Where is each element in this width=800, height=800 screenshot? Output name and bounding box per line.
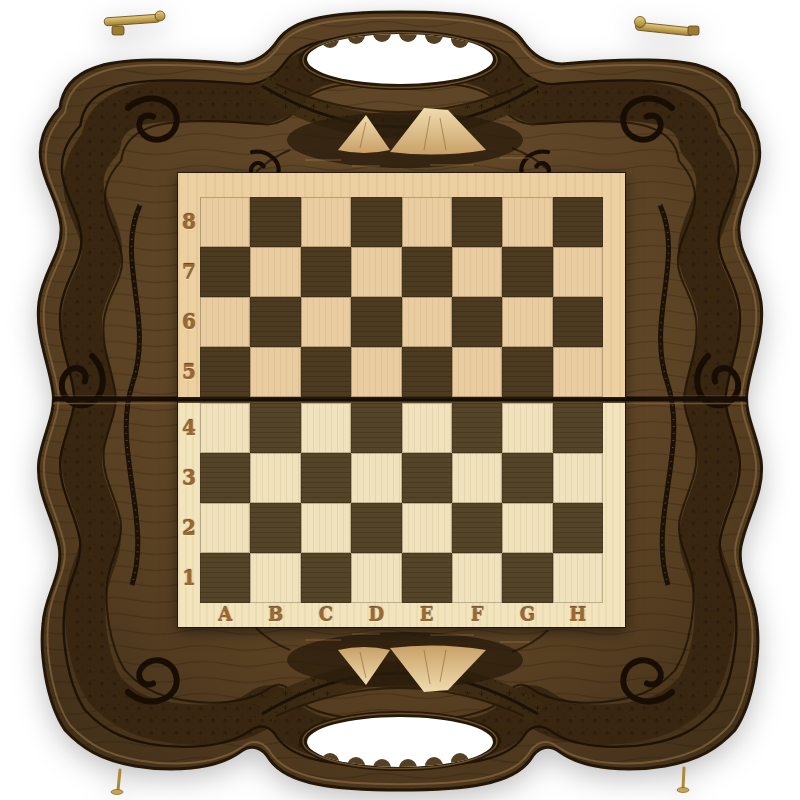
square-g5[interactable] <box>502 347 552 397</box>
square-e2[interactable] <box>402 503 452 553</box>
square-f1[interactable] <box>452 553 502 603</box>
square-e8[interactable] <box>402 197 452 247</box>
square-c7[interactable] <box>301 247 351 297</box>
chess-case-photo: 87654321 ABCDEFGH <box>0 0 800 800</box>
square-h6[interactable] <box>553 297 603 347</box>
square-f2[interactable] <box>452 503 502 553</box>
square-b5[interactable] <box>250 347 300 397</box>
square-b2[interactable] <box>250 503 300 553</box>
square-a7[interactable] <box>200 247 250 297</box>
square-b7[interactable] <box>250 247 300 297</box>
rank-labels: 87654321 <box>178 197 200 603</box>
rank-label-6: 6 <box>178 297 200 347</box>
square-f4[interactable] <box>452 403 502 453</box>
square-h8[interactable] <box>553 197 603 247</box>
square-g6[interactable] <box>502 297 552 347</box>
square-h4[interactable] <box>553 403 603 453</box>
square-h2[interactable] <box>553 503 603 553</box>
square-e6[interactable] <box>402 297 452 347</box>
square-d2[interactable] <box>351 503 401 553</box>
file-label-d: D <box>351 603 401 627</box>
rank-label-1: 1 <box>178 553 200 603</box>
square-a8[interactable] <box>200 197 250 247</box>
square-c4[interactable] <box>301 403 351 453</box>
square-h5[interactable] <box>553 347 603 397</box>
square-e7[interactable] <box>402 247 452 297</box>
square-b4[interactable] <box>250 403 300 453</box>
square-b1[interactable] <box>250 553 300 603</box>
file-labels: ABCDEFGH <box>200 603 603 627</box>
square-a3[interactable] <box>200 453 250 503</box>
file-label-c: C <box>301 603 351 627</box>
square-f5[interactable] <box>452 347 502 397</box>
square-f8[interactable] <box>452 197 502 247</box>
square-e4[interactable] <box>402 403 452 453</box>
square-d1[interactable] <box>351 553 401 603</box>
square-c8[interactable] <box>301 197 351 247</box>
brass-pin-foot-right <box>677 768 689 793</box>
square-e1[interactable] <box>402 553 452 603</box>
square-d8[interactable] <box>351 197 401 247</box>
square-d6[interactable] <box>351 297 401 347</box>
rank-label-4: 4 <box>178 403 200 453</box>
rank-label-2: 2 <box>178 503 200 553</box>
square-a2[interactable] <box>200 503 250 553</box>
square-h7[interactable] <box>553 247 603 297</box>
brass-latch-hinge-right <box>635 17 700 37</box>
board-lower-half <box>200 403 603 603</box>
square-h1[interactable] <box>553 553 603 603</box>
file-label-b: B <box>250 603 300 627</box>
square-b6[interactable] <box>250 297 300 347</box>
square-d4[interactable] <box>351 403 401 453</box>
square-f6[interactable] <box>452 297 502 347</box>
square-c3[interactable] <box>301 453 351 503</box>
brass-latch-hinge-left <box>104 11 165 35</box>
rank-label-3: 3 <box>178 453 200 503</box>
square-c6[interactable] <box>301 297 351 347</box>
squares-area <box>200 197 603 603</box>
square-b8[interactable] <box>250 197 300 247</box>
square-e3[interactable] <box>402 453 452 503</box>
square-f7[interactable] <box>452 247 502 297</box>
square-g2[interactable] <box>502 503 552 553</box>
square-d3[interactable] <box>351 453 401 503</box>
square-a1[interactable] <box>200 553 250 603</box>
rank-label-7: 7 <box>178 247 200 297</box>
square-c2[interactable] <box>301 503 351 553</box>
rank-label-8: 8 <box>178 197 200 247</box>
file-label-a: A <box>200 603 250 627</box>
square-h3[interactable] <box>553 453 603 503</box>
file-label-g: G <box>502 603 552 627</box>
square-g4[interactable] <box>502 403 552 453</box>
square-d7[interactable] <box>351 247 401 297</box>
square-c5[interactable] <box>301 347 351 397</box>
file-label-e: E <box>402 603 452 627</box>
file-label-h: H <box>553 603 603 627</box>
square-a4[interactable] <box>200 403 250 453</box>
board-upper-half <box>200 197 603 397</box>
square-e5[interactable] <box>402 347 452 397</box>
square-g1[interactable] <box>502 553 552 603</box>
square-g7[interactable] <box>502 247 552 297</box>
file-label-f: F <box>452 603 502 627</box>
square-c1[interactable] <box>301 553 351 603</box>
brass-pin-foot-left <box>111 770 123 795</box>
square-d5[interactable] <box>351 347 401 397</box>
square-g8[interactable] <box>502 197 552 247</box>
square-a6[interactable] <box>200 297 250 347</box>
square-g3[interactable] <box>502 453 552 503</box>
chess-board: 87654321 ABCDEFGH <box>178 173 625 627</box>
square-a5[interactable] <box>200 347 250 397</box>
square-f3[interactable] <box>452 453 502 503</box>
rank-label-5: 5 <box>178 347 200 397</box>
square-b3[interactable] <box>250 453 300 503</box>
